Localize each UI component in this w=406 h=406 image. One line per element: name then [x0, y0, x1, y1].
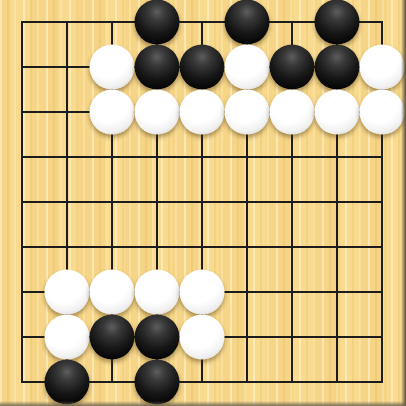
- white-stone: [90, 270, 135, 315]
- black-stone: [180, 45, 225, 90]
- go-board[interactable]: [0, 0, 406, 406]
- grid-line-horizontal: [21, 246, 383, 248]
- board-edge-bottom-shadow: [0, 401, 406, 406]
- white-stone: [270, 90, 315, 135]
- white-stone: [360, 45, 405, 90]
- black-stone: [315, 45, 360, 90]
- white-stone: [180, 90, 225, 135]
- black-stone: [315, 0, 360, 45]
- white-stone: [225, 45, 270, 90]
- white-stone: [135, 90, 180, 135]
- black-stone: [135, 360, 180, 405]
- black-stone: [135, 0, 180, 45]
- black-stone: [225, 0, 270, 45]
- black-stone: [270, 45, 315, 90]
- white-stone: [135, 270, 180, 315]
- white-stone: [180, 315, 225, 360]
- white-stone: [360, 90, 405, 135]
- board-edge-right-shadow: [401, 0, 406, 406]
- black-stone: [135, 315, 180, 360]
- white-stone: [45, 315, 90, 360]
- black-stone: [45, 360, 90, 405]
- black-stone: [90, 315, 135, 360]
- black-stone: [135, 45, 180, 90]
- white-stone: [90, 45, 135, 90]
- white-stone: [90, 90, 135, 135]
- white-stone: [225, 90, 270, 135]
- white-stone: [180, 270, 225, 315]
- white-stone: [45, 270, 90, 315]
- white-stone: [315, 90, 360, 135]
